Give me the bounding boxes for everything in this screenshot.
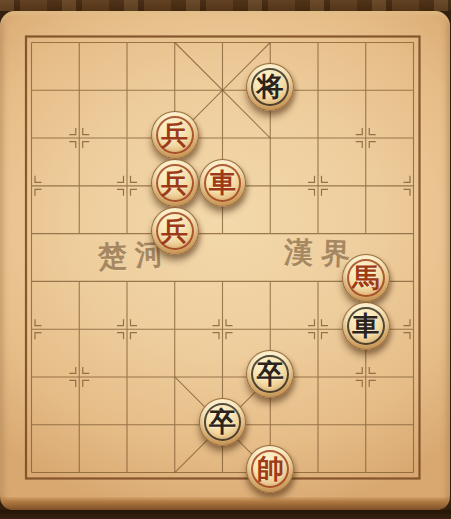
- intersection-c1-r2[interactable]: [55, 114, 103, 162]
- intersection-c1-r9[interactable]: [55, 448, 103, 496]
- intersection-c0-r6[interactable]: [8, 305, 56, 353]
- intersection-c8-r7[interactable]: [390, 353, 438, 401]
- intersection-c8-r1[interactable]: [390, 66, 438, 114]
- intersection-c5-r5[interactable]: [246, 257, 294, 305]
- intersection-c1-r7[interactable]: [55, 353, 103, 401]
- intersection-c6-r1[interactable]: [294, 66, 342, 114]
- app-background: 楚河 漢界 将兵兵車兵馬車卒卒帥: [0, 0, 451, 519]
- piece-character: 馬: [352, 264, 379, 292]
- intersection-c8-r6[interactable]: [390, 305, 438, 353]
- intersection-c2-r2[interactable]: [103, 114, 151, 162]
- intersection-c7-r1[interactable]: [342, 66, 390, 114]
- intersection-c6-r2[interactable]: [294, 114, 342, 162]
- intersection-c4-r1[interactable]: [199, 66, 247, 114]
- intersection-c0-r4[interactable]: [8, 210, 56, 258]
- intersection-c2-r8[interactable]: [103, 401, 151, 449]
- intersection-c5-r7[interactable]: 卒: [246, 353, 294, 401]
- intersection-c2-r4[interactable]: [103, 210, 151, 258]
- red-soldier[interactable]: 兵: [151, 111, 199, 159]
- intersection-c0-r0[interactable]: [8, 19, 56, 67]
- piece-character: 兵: [161, 217, 188, 245]
- intersection-c7-r3[interactable]: [342, 162, 390, 210]
- intersection-c6-r7[interactable]: [294, 353, 342, 401]
- intersection-c6-r4[interactable]: [294, 210, 342, 258]
- intersection-c8-r3[interactable]: [390, 162, 438, 210]
- intersection-c6-r0[interactable]: [294, 19, 342, 67]
- intersection-c5-r0[interactable]: [246, 19, 294, 67]
- intersection-c7-r9[interactable]: [342, 448, 390, 496]
- intersection-c8-r5[interactable]: [390, 257, 438, 305]
- intersection-c3-r3[interactable]: 兵: [151, 162, 199, 210]
- intersection-c8-r0[interactable]: [390, 19, 438, 67]
- intersection-c7-r2[interactable]: [342, 114, 390, 162]
- intersection-c1-r0[interactable]: [55, 19, 103, 67]
- intersection-c1-r5[interactable]: [55, 257, 103, 305]
- xiangqi-board: 楚河 漢界 将兵兵車兵馬車卒卒帥: [0, 11, 450, 510]
- intersection-c2-r0[interactable]: [103, 19, 151, 67]
- intersection-c0-r9[interactable]: [8, 448, 56, 496]
- intersection-c4-r9[interactable]: [199, 448, 247, 496]
- intersection-c5-r8[interactable]: [246, 401, 294, 449]
- intersection-c0-r1[interactable]: [8, 66, 56, 114]
- intersection-c5-r1[interactable]: 将: [246, 66, 294, 114]
- intersection-c1-r6[interactable]: [55, 305, 103, 353]
- intersection-c2-r5[interactable]: [103, 257, 151, 305]
- black-general[interactable]: 将: [246, 63, 294, 111]
- intersection-c7-r5[interactable]: 馬: [342, 257, 390, 305]
- intersection-c5-r6[interactable]: [246, 305, 294, 353]
- intersection-c7-r7[interactable]: [342, 353, 390, 401]
- intersection-c4-r2[interactable]: [199, 114, 247, 162]
- intersection-c7-r4[interactable]: [342, 210, 390, 258]
- intersection-c0-r3[interactable]: [8, 162, 56, 210]
- intersection-c0-r2[interactable]: [8, 114, 56, 162]
- red-soldier[interactable]: 兵: [151, 207, 199, 255]
- intersection-c4-r6[interactable]: [199, 305, 247, 353]
- intersection-c6-r8[interactable]: [294, 401, 342, 449]
- intersection-c4-r8[interactable]: 卒: [199, 401, 247, 449]
- board-grid: 将兵兵車兵馬車卒卒帥: [8, 19, 438, 497]
- intersection-c1-r8[interactable]: [55, 401, 103, 449]
- intersection-c4-r7[interactable]: [199, 353, 247, 401]
- wood-frame-bottom: [0, 510, 451, 519]
- intersection-c6-r3[interactable]: [294, 162, 342, 210]
- intersection-c6-r5[interactable]: [294, 257, 342, 305]
- intersection-c7-r0[interactable]: [342, 19, 390, 67]
- red-general[interactable]: 帥: [246, 445, 294, 493]
- intersection-c4-r3[interactable]: 車: [199, 162, 247, 210]
- red-soldier[interactable]: 兵: [151, 159, 199, 207]
- intersection-c5-r9[interactable]: 帥: [246, 448, 294, 496]
- intersection-c7-r6[interactable]: 車: [342, 305, 390, 353]
- intersection-c8-r9[interactable]: [390, 448, 438, 496]
- black-soldier[interactable]: 卒: [199, 398, 247, 446]
- intersection-c3-r9[interactable]: [151, 448, 199, 496]
- intersection-c4-r5[interactable]: [199, 257, 247, 305]
- intersection-c2-r1[interactable]: [103, 66, 151, 114]
- piece-character: 将: [257, 73, 284, 101]
- intersection-c1-r3[interactable]: [55, 162, 103, 210]
- intersection-c3-r7[interactable]: [151, 353, 199, 401]
- black-chariot[interactable]: 車: [342, 302, 390, 350]
- intersection-c2-r9[interactable]: [103, 448, 151, 496]
- intersection-c0-r8[interactable]: [8, 401, 56, 449]
- intersection-c3-r6[interactable]: [151, 305, 199, 353]
- intersection-c5-r2[interactable]: [246, 114, 294, 162]
- intersection-c3-r2[interactable]: 兵: [151, 114, 199, 162]
- intersection-c0-r7[interactable]: [8, 353, 56, 401]
- intersection-c3-r1[interactable]: [151, 66, 199, 114]
- wood-frame-top: [0, 0, 451, 11]
- intersection-c2-r6[interactable]: [103, 305, 151, 353]
- piece-character: 帥: [257, 455, 284, 483]
- intersection-c8-r4[interactable]: [390, 210, 438, 258]
- piece-character: 兵: [161, 169, 188, 197]
- intersection-c1-r1[interactable]: [55, 66, 103, 114]
- piece-character: 車: [209, 169, 236, 197]
- intersection-c3-r4[interactable]: 兵: [151, 210, 199, 258]
- piece-character: 卒: [257, 360, 284, 388]
- intersection-c8-r8[interactable]: [390, 401, 438, 449]
- intersection-c5-r3[interactable]: [246, 162, 294, 210]
- intersection-c5-r4[interactable]: [246, 210, 294, 258]
- intersection-c6-r9[interactable]: [294, 448, 342, 496]
- red-chariot[interactable]: 車: [199, 159, 247, 207]
- piece-character: 卒: [209, 408, 236, 436]
- intersection-c4-r4[interactable]: [199, 210, 247, 258]
- intersection-c3-r0[interactable]: [151, 19, 199, 67]
- red-horse[interactable]: 馬: [342, 254, 390, 302]
- intersection-c6-r6[interactable]: [294, 305, 342, 353]
- intersection-c0-r5[interactable]: [8, 257, 56, 305]
- intersection-c4-r0[interactable]: [199, 19, 247, 67]
- black-soldier[interactable]: 卒: [246, 350, 294, 398]
- piece-character: 車: [352, 312, 379, 340]
- intersection-c1-r4[interactable]: [55, 210, 103, 258]
- intersection-c2-r3[interactable]: [103, 162, 151, 210]
- intersection-c7-r8[interactable]: [342, 401, 390, 449]
- intersection-c3-r8[interactable]: [151, 401, 199, 449]
- intersection-c3-r5[interactable]: [151, 257, 199, 305]
- piece-character: 兵: [161, 121, 188, 149]
- intersection-c8-r2[interactable]: [390, 114, 438, 162]
- intersection-c2-r7[interactable]: [103, 353, 151, 401]
